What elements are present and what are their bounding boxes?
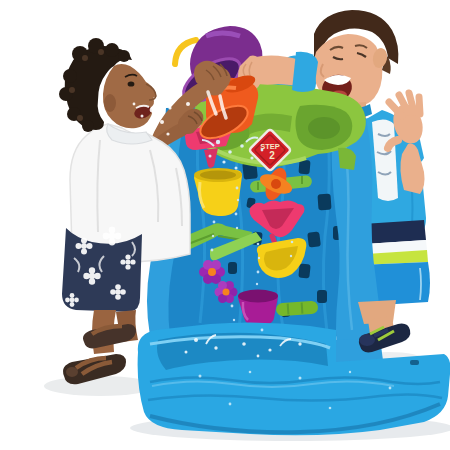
tray-right-bowl-inner bbox=[308, 117, 340, 139]
basin-latch-slot bbox=[410, 360, 419, 365]
boy-sleeve-cuff bbox=[292, 52, 318, 92]
toddler-eye bbox=[128, 81, 135, 86]
photo-illustration: STEP 2 bbox=[0, 0, 450, 450]
boy-right-hand bbox=[388, 93, 427, 148]
boy-fingers bbox=[389, 93, 420, 116]
product-photo-stage: STEP 2 bbox=[0, 0, 450, 450]
logo-text-2: 2 bbox=[269, 150, 275, 161]
toddler-ear bbox=[104, 94, 116, 112]
toddler-sandals bbox=[63, 324, 136, 384]
